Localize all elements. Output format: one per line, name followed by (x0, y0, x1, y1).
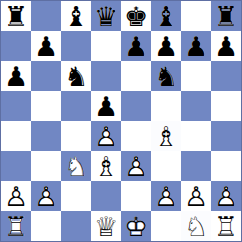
bishop-glyph: ♗ (91, 151, 121, 181)
bishop-glyph: ♝ (61, 1, 91, 31)
chess-board: ♜♜♝♝♛♛♚♚♝♝♜♜♟♟♟♟♟♟♟♟♟♟♟♟♞♞♞♞♟♟♟♙♝♗♞♘♝♗♟♙… (0, 0, 242, 242)
rook-glyph: ♖ (1, 211, 31, 241)
black-pawn[interactable]: ♟♟ (91, 91, 121, 121)
black-knight[interactable]: ♞♞ (61, 61, 91, 91)
black-bishop[interactable]: ♝♝ (61, 1, 91, 31)
square-h3[interactable] (211, 151, 241, 181)
square-c7[interactable] (61, 31, 91, 61)
square-c3[interactable]: ♞♘ (61, 151, 91, 181)
square-g1[interactable]: ♞♘ (181, 211, 211, 241)
white-pawn[interactable]: ♟♙ (181, 181, 211, 211)
square-e1[interactable]: ♚♔ (121, 211, 151, 241)
rook-glyph: ♖ (211, 211, 241, 241)
pawn-glyph-fill: ♟ (211, 31, 241, 61)
square-g2[interactable]: ♟♙ (181, 181, 211, 211)
king-glyph-fill: ♚ (121, 1, 151, 31)
pawn-glyph: ♙ (211, 181, 241, 211)
square-d1[interactable]: ♛♕ (91, 211, 121, 241)
bishop-glyph-fill: ♝ (61, 1, 91, 31)
white-pawn[interactable]: ♟♙ (151, 181, 181, 211)
black-pawn[interactable]: ♟♟ (121, 31, 151, 61)
black-pawn[interactable]: ♟♟ (31, 31, 61, 61)
rook-glyph-fill: ♜ (211, 1, 241, 31)
king-glyph: ♚ (121, 1, 151, 31)
black-pawn[interactable]: ♟♟ (181, 31, 211, 61)
king-glyph: ♔ (121, 211, 151, 241)
black-bishop[interactable]: ♝♝ (151, 1, 181, 31)
square-a2[interactable]: ♟♙ (1, 181, 31, 211)
square-g7[interactable]: ♟♟ (181, 31, 211, 61)
square-h5[interactable] (211, 91, 241, 121)
knight-glyph: ♘ (181, 211, 211, 241)
queen-glyph: ♕ (91, 211, 121, 241)
white-rook[interactable]: ♜♖ (1, 211, 31, 241)
square-g6[interactable] (181, 61, 211, 91)
pawn-glyph-fill: ♟ (31, 31, 61, 61)
pawn-glyph-fill: ♟ (91, 91, 121, 121)
square-a3[interactable] (1, 151, 31, 181)
pawn-glyph: ♙ (121, 151, 151, 181)
bishop-glyph: ♗ (151, 121, 181, 151)
white-rook[interactable]: ♜♖ (211, 211, 241, 241)
rook-glyph-fill: ♜ (1, 1, 31, 31)
pawn-glyph: ♟ (181, 31, 211, 61)
square-d7[interactable] (91, 31, 121, 61)
square-g4[interactable] (181, 121, 211, 151)
black-rook[interactable]: ♜♜ (1, 1, 31, 31)
white-pawn[interactable]: ♟♙ (31, 181, 61, 211)
pawn-glyph: ♙ (181, 181, 211, 211)
pawn-glyph: ♟ (211, 31, 241, 61)
square-e7[interactable]: ♟♟ (121, 31, 151, 61)
square-d3[interactable]: ♝♗ (91, 151, 121, 181)
square-d2[interactable] (91, 181, 121, 211)
pawn-glyph-fill: ♟ (151, 31, 181, 61)
square-f8[interactable]: ♝♝ (151, 1, 181, 31)
pawn-glyph-fill: ♟ (181, 31, 211, 61)
knight-glyph: ♞ (151, 61, 181, 91)
square-e3[interactable]: ♟♙ (121, 151, 151, 181)
white-knight[interactable]: ♞♘ (181, 211, 211, 241)
square-a1[interactable]: ♜♖ (1, 211, 31, 241)
pawn-glyph-fill: ♟ (31, 181, 61, 211)
knight-glyph: ♞ (61, 61, 91, 91)
pawn-glyph-fill: ♟ (181, 181, 211, 211)
square-h6[interactable] (211, 61, 241, 91)
knight-glyph: ♘ (61, 151, 91, 181)
square-b2[interactable]: ♟♙ (31, 181, 61, 211)
square-c8[interactable]: ♝♝ (61, 1, 91, 31)
rook-glyph-fill: ♜ (1, 211, 31, 241)
bishop-glyph-fill: ♝ (151, 121, 181, 151)
square-a6[interactable]: ♟♟ (1, 61, 31, 91)
bishop-glyph-fill: ♝ (91, 151, 121, 181)
square-f2[interactable]: ♟♙ (151, 181, 181, 211)
black-knight[interactable]: ♞♞ (151, 61, 181, 91)
knight-glyph-fill: ♞ (61, 151, 91, 181)
white-bishop[interactable]: ♝♗ (151, 121, 181, 151)
square-g8[interactable] (181, 1, 211, 31)
square-f4[interactable]: ♝♗ (151, 121, 181, 151)
white-queen[interactable]: ♛♕ (91, 211, 121, 241)
square-f5[interactable] (151, 91, 181, 121)
square-d4[interactable]: ♟♙ (91, 121, 121, 151)
knight-glyph-fill: ♞ (151, 61, 181, 91)
square-e6[interactable] (121, 61, 151, 91)
square-c5[interactable] (61, 91, 91, 121)
white-knight[interactable]: ♞♘ (61, 151, 91, 181)
square-a7[interactable] (1, 31, 31, 61)
rook-glyph: ♜ (1, 1, 31, 31)
pawn-glyph-fill: ♟ (91, 121, 121, 151)
rook-glyph: ♜ (211, 1, 241, 31)
square-b1[interactable] (31, 211, 61, 241)
square-b8[interactable] (31, 1, 61, 31)
black-king[interactable]: ♚♚ (121, 1, 151, 31)
pawn-glyph: ♙ (91, 121, 121, 151)
pawn-glyph: ♙ (151, 181, 181, 211)
black-pawn[interactable]: ♟♟ (151, 31, 181, 61)
rook-glyph-fill: ♜ (211, 211, 241, 241)
white-pawn[interactable]: ♟♙ (121, 151, 151, 181)
pawn-glyph: ♟ (151, 31, 181, 61)
square-b6[interactable] (31, 61, 61, 91)
bishop-glyph: ♝ (151, 1, 181, 31)
square-d5[interactable]: ♟♟ (91, 91, 121, 121)
square-b4[interactable] (31, 121, 61, 151)
black-pawn[interactable]: ♟♟ (1, 61, 31, 91)
knight-glyph-fill: ♞ (61, 61, 91, 91)
pawn-glyph: ♟ (1, 61, 31, 91)
white-pawn[interactable]: ♟♙ (91, 121, 121, 151)
white-bishop[interactable]: ♝♗ (91, 151, 121, 181)
square-d8[interactable]: ♛♛ (91, 1, 121, 31)
square-d6[interactable] (91, 61, 121, 91)
square-c2[interactable] (61, 181, 91, 211)
pawn-glyph-fill: ♟ (1, 181, 31, 211)
square-c6[interactable]: ♞♞ (61, 61, 91, 91)
square-h2[interactable]: ♟♙ (211, 181, 241, 211)
square-b7[interactable]: ♟♟ (31, 31, 61, 61)
square-f6[interactable]: ♞♞ (151, 61, 181, 91)
pawn-glyph-fill: ♟ (151, 181, 181, 211)
square-h8[interactable]: ♜♜ (211, 1, 241, 31)
pawn-glyph: ♟ (91, 91, 121, 121)
queen-glyph-fill: ♛ (91, 211, 121, 241)
square-h7[interactable]: ♟♟ (211, 31, 241, 61)
square-b5[interactable] (31, 91, 61, 121)
square-h4[interactable] (211, 121, 241, 151)
square-e4[interactable] (121, 121, 151, 151)
king-glyph-fill: ♚ (121, 211, 151, 241)
pawn-glyph-fill: ♟ (1, 61, 31, 91)
queen-glyph: ♛ (91, 1, 121, 31)
pawn-glyph-fill: ♟ (211, 181, 241, 211)
square-g5[interactable] (181, 91, 211, 121)
bishop-glyph-fill: ♝ (151, 1, 181, 31)
black-pawn[interactable]: ♟♟ (211, 31, 241, 61)
pawn-glyph-fill: ♟ (121, 151, 151, 181)
square-h1[interactable]: ♜♖ (211, 211, 241, 241)
square-f3[interactable] (151, 151, 181, 181)
black-rook[interactable]: ♜♜ (211, 1, 241, 31)
square-c4[interactable] (61, 121, 91, 151)
square-f1[interactable] (151, 211, 181, 241)
square-a4[interactable] (1, 121, 31, 151)
square-e5[interactable] (121, 91, 151, 121)
white-pawn[interactable]: ♟♙ (1, 181, 31, 211)
pawn-glyph: ♟ (121, 31, 151, 61)
square-e8[interactable]: ♚♚ (121, 1, 151, 31)
pawn-glyph: ♟ (31, 31, 61, 61)
square-f7[interactable]: ♟♟ (151, 31, 181, 61)
square-g3[interactable] (181, 151, 211, 181)
square-a5[interactable] (1, 91, 31, 121)
pawn-glyph: ♙ (1, 181, 31, 211)
square-a8[interactable]: ♜♜ (1, 1, 31, 31)
white-pawn[interactable]: ♟♙ (211, 181, 241, 211)
pawn-glyph-fill: ♟ (121, 31, 151, 61)
black-queen[interactable]: ♛♛ (91, 1, 121, 31)
square-e2[interactable] (121, 181, 151, 211)
pawn-glyph: ♙ (31, 181, 61, 211)
white-king[interactable]: ♚♔ (121, 211, 151, 241)
square-b3[interactable] (31, 151, 61, 181)
square-c1[interactable] (61, 211, 91, 241)
queen-glyph-fill: ♛ (91, 1, 121, 31)
knight-glyph-fill: ♞ (181, 211, 211, 241)
